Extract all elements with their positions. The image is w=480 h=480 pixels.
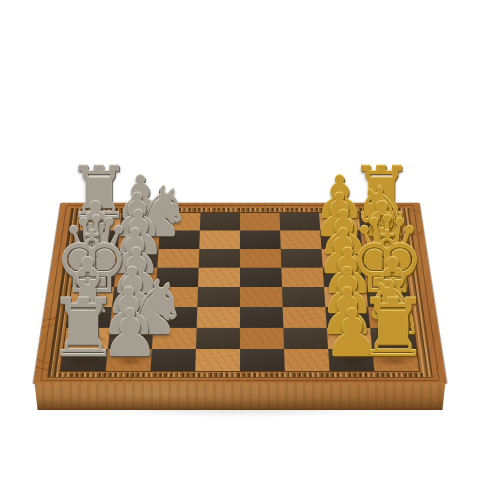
square	[150, 349, 196, 371]
square	[240, 307, 283, 328]
square	[118, 230, 160, 248]
square	[110, 307, 155, 328]
square	[114, 268, 157, 287]
square	[319, 213, 360, 231]
square	[157, 249, 199, 268]
square	[199, 249, 240, 268]
square	[325, 307, 370, 328]
chess-board	[33, 203, 446, 384]
square	[199, 230, 240, 248]
square	[280, 230, 321, 248]
square	[240, 287, 283, 307]
square	[281, 249, 323, 268]
square	[197, 287, 240, 307]
square	[159, 230, 200, 248]
square	[240, 349, 285, 371]
square	[321, 249, 364, 268]
square	[323, 268, 366, 287]
square	[284, 349, 330, 371]
board-wooden-edge	[33, 383, 447, 410]
square	[283, 328, 328, 349]
square	[362, 249, 405, 268]
square	[116, 249, 159, 268]
square	[320, 230, 362, 248]
square	[327, 328, 372, 349]
square	[282, 287, 325, 307]
square	[240, 328, 284, 349]
square	[69, 287, 114, 307]
square	[156, 268, 199, 287]
square	[197, 307, 240, 328]
square	[108, 328, 153, 349]
square	[67, 307, 112, 328]
board-grid	[61, 213, 419, 371]
square	[112, 287, 156, 307]
square	[106, 349, 152, 371]
square	[360, 230, 403, 248]
square	[359, 213, 401, 231]
square	[72, 268, 116, 287]
square	[368, 307, 413, 328]
product-photo: ♜♞♝♛♚♝♞♜♟♟♟♟♟♟♟♟♟♟♟♟♟♟♟♟♜♞♝♛♚♝♞♜	[0, 0, 480, 480]
square	[80, 213, 122, 231]
square	[280, 213, 321, 231]
square	[364, 268, 408, 287]
square	[75, 249, 118, 268]
square	[198, 268, 240, 287]
square	[200, 213, 240, 231]
square	[283, 307, 327, 328]
square	[195, 349, 240, 371]
square	[196, 328, 240, 349]
square	[370, 328, 416, 349]
square	[64, 328, 110, 349]
board-surface-map-margin	[33, 203, 446, 384]
square	[61, 349, 108, 371]
square	[240, 249, 281, 268]
square	[281, 268, 324, 287]
square	[328, 349, 374, 371]
square	[366, 287, 411, 307]
square	[155, 287, 198, 307]
square	[120, 213, 161, 231]
square	[324, 287, 368, 307]
square	[160, 213, 201, 231]
square	[77, 230, 120, 248]
square	[240, 213, 280, 231]
square	[240, 230, 281, 248]
square	[152, 328, 197, 349]
square	[153, 307, 197, 328]
square	[240, 268, 282, 287]
square	[372, 349, 419, 371]
